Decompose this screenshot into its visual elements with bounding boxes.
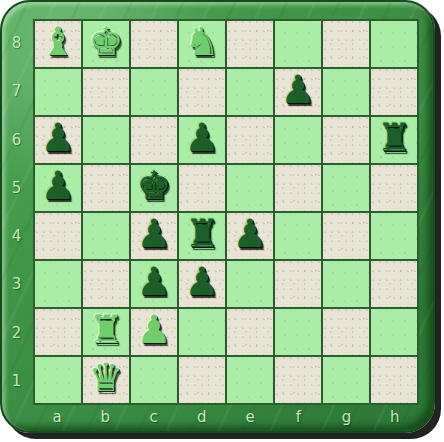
rank-label-8: 8 — [0, 19, 33, 67]
square-a2[interactable] — [35, 309, 81, 355]
square-b3[interactable] — [83, 261, 129, 307]
square-f6[interactable] — [275, 117, 321, 163]
file-label-d: d — [178, 403, 226, 431]
square-c3[interactable]: ♟ — [131, 261, 177, 307]
file-label-g: g — [323, 403, 371, 431]
square-e2[interactable] — [227, 309, 273, 355]
file-label-c: c — [130, 403, 178, 431]
light-bishop-a8[interactable]: ♝ — [41, 19, 76, 65]
square-b5[interactable] — [83, 165, 129, 211]
square-e3[interactable] — [227, 261, 273, 307]
rank-label-7: 7 — [0, 67, 33, 115]
square-h3[interactable] — [371, 261, 417, 307]
light-queen-b1[interactable]: ♛ — [89, 355, 124, 401]
square-d3[interactable]: ♟ — [179, 261, 225, 307]
dark-rook-h6[interactable]: ♜ — [377, 115, 412, 161]
rank-label-1: 1 — [0, 357, 33, 405]
dark-pawn-e4[interactable]: ♟ — [233, 211, 268, 257]
dark-rook-d4[interactable]: ♜ — [185, 211, 220, 257]
square-g6[interactable] — [323, 117, 369, 163]
square-b6[interactable] — [83, 117, 129, 163]
file-label-a: a — [33, 403, 81, 431]
square-g1[interactable] — [323, 357, 369, 403]
square-f8[interactable] — [275, 21, 321, 67]
chess-board: ♝♚♞♟♟♟♜♟♚♟♜♟♟♟♜♟♛ — [33, 19, 419, 405]
square-c5[interactable]: ♚ — [131, 165, 177, 211]
file-label-h: h — [371, 403, 419, 431]
square-e6[interactable] — [227, 117, 273, 163]
square-g2[interactable] — [323, 309, 369, 355]
square-b1[interactable]: ♛ — [83, 357, 129, 403]
square-b7[interactable] — [83, 69, 129, 115]
square-c4[interactable]: ♟ — [131, 213, 177, 259]
square-f4[interactable] — [275, 213, 321, 259]
dark-pawn-d3[interactable]: ♟ — [185, 259, 220, 305]
light-king-b8[interactable]: ♚ — [89, 19, 124, 65]
square-g8[interactable] — [323, 21, 369, 67]
square-a8[interactable]: ♝ — [35, 21, 81, 67]
square-c1[interactable] — [131, 357, 177, 403]
square-a4[interactable] — [35, 213, 81, 259]
square-g3[interactable] — [323, 261, 369, 307]
square-e4[interactable]: ♟ — [227, 213, 273, 259]
square-f1[interactable] — [275, 357, 321, 403]
square-a5[interactable]: ♟ — [35, 165, 81, 211]
square-h6[interactable]: ♜ — [371, 117, 417, 163]
rank-label-3: 3 — [0, 260, 33, 308]
rank-label-5: 5 — [0, 164, 33, 212]
square-d7[interactable] — [179, 69, 225, 115]
square-d1[interactable] — [179, 357, 225, 403]
square-h1[interactable] — [371, 357, 417, 403]
square-d8[interactable]: ♞ — [179, 21, 225, 67]
file-label-f: f — [274, 403, 322, 431]
square-e5[interactable] — [227, 165, 273, 211]
square-b4[interactable] — [83, 213, 129, 259]
square-d2[interactable] — [179, 309, 225, 355]
square-d6[interactable]: ♟ — [179, 117, 225, 163]
square-b2[interactable]: ♜ — [83, 309, 129, 355]
square-d5[interactable] — [179, 165, 225, 211]
light-rook-b2[interactable]: ♜ — [89, 307, 124, 353]
square-a1[interactable] — [35, 357, 81, 403]
square-h2[interactable] — [371, 309, 417, 355]
rank-labels: 87654321 — [0, 19, 33, 405]
square-h4[interactable] — [371, 213, 417, 259]
square-g7[interactable] — [323, 69, 369, 115]
dark-pawn-c3[interactable]: ♟ — [137, 259, 172, 305]
square-f5[interactable] — [275, 165, 321, 211]
square-b8[interactable]: ♚ — [83, 21, 129, 67]
square-c7[interactable] — [131, 69, 177, 115]
file-label-b: b — [81, 403, 129, 431]
file-label-e: e — [226, 403, 274, 431]
square-e8[interactable] — [227, 21, 273, 67]
square-h8[interactable] — [371, 21, 417, 67]
light-knight-d8[interactable]: ♞ — [185, 19, 220, 65]
square-f2[interactable] — [275, 309, 321, 355]
square-f7[interactable]: ♟ — [275, 69, 321, 115]
square-g4[interactable] — [323, 213, 369, 259]
square-f3[interactable] — [275, 261, 321, 307]
file-labels: abcdefgh — [33, 403, 419, 431]
dark-pawn-a5[interactable]: ♟ — [41, 163, 76, 209]
dark-pawn-f7[interactable]: ♟ — [281, 67, 316, 113]
dark-pawn-a6[interactable]: ♟ — [41, 115, 76, 161]
square-a7[interactable] — [35, 69, 81, 115]
light-pawn-c2[interactable]: ♟ — [137, 307, 172, 353]
square-h7[interactable] — [371, 69, 417, 115]
rank-label-2: 2 — [0, 309, 33, 357]
chess-app-window: 87654321 abcdefgh ♝♚♞♟♟♟♜♟♚♟♜♟♟♟♜♟♛ — [0, 0, 444, 442]
square-d4[interactable]: ♜ — [179, 213, 225, 259]
dark-pawn-c4[interactable]: ♟ — [137, 211, 172, 257]
square-a6[interactable]: ♟ — [35, 117, 81, 163]
square-h5[interactable] — [371, 165, 417, 211]
dark-pawn-d6[interactable]: ♟ — [185, 115, 220, 161]
rank-label-6: 6 — [0, 116, 33, 164]
square-c2[interactable]: ♟ — [131, 309, 177, 355]
square-e7[interactable] — [227, 69, 273, 115]
rank-label-4: 4 — [0, 212, 33, 260]
square-c8[interactable] — [131, 21, 177, 67]
square-g5[interactable] — [323, 165, 369, 211]
square-e1[interactable] — [227, 357, 273, 403]
square-c6[interactable] — [131, 117, 177, 163]
dark-king-c5[interactable]: ♚ — [137, 163, 172, 209]
square-a3[interactable] — [35, 261, 81, 307]
